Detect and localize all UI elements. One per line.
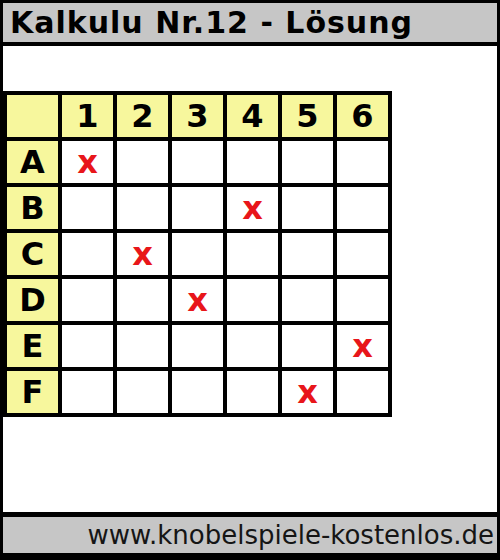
- cell-A5: [282, 141, 333, 183]
- row-header-A: A: [7, 141, 58, 183]
- col-header-1: 1: [62, 95, 113, 137]
- x-mark: x: [297, 376, 318, 408]
- row-header-F: F: [7, 371, 58, 413]
- cell-C5: [282, 233, 333, 275]
- cell-C1: [62, 233, 113, 275]
- page: Kalkulu Nr.12 - Lösung 123456AxBxCxDxExF…: [0, 0, 500, 560]
- cell-A3: [172, 141, 223, 183]
- cell-C4: [227, 233, 278, 275]
- cell-A4: [227, 141, 278, 183]
- x-mark: x: [352, 330, 373, 362]
- x-mark: x: [132, 238, 153, 270]
- x-mark: x: [187, 284, 208, 316]
- cell-F5: x: [282, 371, 333, 413]
- cell-E4: [227, 325, 278, 367]
- cell-D3: x: [172, 279, 223, 321]
- cell-D6: [337, 279, 388, 321]
- cell-C2: x: [117, 233, 168, 275]
- row-header-C: C: [7, 233, 58, 275]
- cell-D2: [117, 279, 168, 321]
- footer-bar: www.knobelspiele-kostenlos.de: [3, 512, 497, 557]
- cell-E1: [62, 325, 113, 367]
- col-header-4: 4: [227, 95, 278, 137]
- cell-F1: [62, 371, 113, 413]
- cell-C3: [172, 233, 223, 275]
- cell-B4: x: [227, 187, 278, 229]
- col-header-3: 3: [172, 95, 223, 137]
- cell-C6: [337, 233, 388, 275]
- cell-F4: [227, 371, 278, 413]
- row-header-B: B: [7, 187, 58, 229]
- cell-F6: [337, 371, 388, 413]
- cell-B2: [117, 187, 168, 229]
- cell-A2: [117, 141, 168, 183]
- cell-E2: [117, 325, 168, 367]
- col-header-6: 6: [337, 95, 388, 137]
- cell-E6: x: [337, 325, 388, 367]
- cell-A1: x: [62, 141, 113, 183]
- cell-A6: [337, 141, 388, 183]
- cell-B5: [282, 187, 333, 229]
- corner-cell: [7, 95, 58, 137]
- row-header-E: E: [7, 325, 58, 367]
- cell-F3: [172, 371, 223, 413]
- row-header-D: D: [7, 279, 58, 321]
- cell-B1: [62, 187, 113, 229]
- cell-F2: [117, 371, 168, 413]
- puzzle-grid: 123456AxBxCxDxExFx: [3, 91, 392, 417]
- cell-D4: [227, 279, 278, 321]
- page-title: Kalkulu Nr.12 - Lösung: [10, 5, 413, 40]
- col-header-5: 5: [282, 95, 333, 137]
- cell-D1: [62, 279, 113, 321]
- x-mark: x: [77, 146, 98, 178]
- cell-E5: [282, 325, 333, 367]
- cell-D5: [282, 279, 333, 321]
- cell-E3: [172, 325, 223, 367]
- x-mark: x: [242, 192, 263, 224]
- title-bar: Kalkulu Nr.12 - Lösung: [3, 3, 497, 46]
- cell-B6: [337, 187, 388, 229]
- col-header-2: 2: [117, 95, 168, 137]
- footer-url: www.knobelspiele-kostenlos.de: [88, 520, 494, 550]
- cell-B3: [172, 187, 223, 229]
